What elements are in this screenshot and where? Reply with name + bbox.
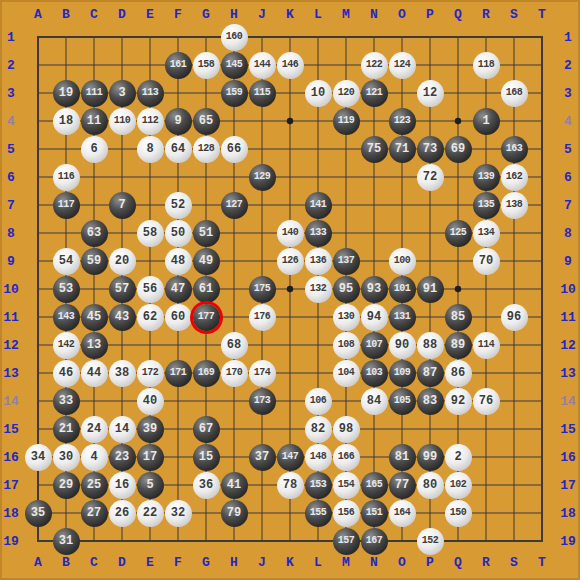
stone-black-131-O11[interactable]: 131 <box>389 304 416 331</box>
stone-white-22-E18[interactable]: 22 <box>137 500 164 527</box>
stone-black-79-H18[interactable]: 79 <box>221 500 248 527</box>
coord-label-top-P: P <box>416 6 444 22</box>
coord-label-left-5: 5 <box>0 135 22 163</box>
stone-black-117-B7[interactable]: 117 <box>53 192 80 219</box>
coord-label-right-3: 3 <box>557 79 579 107</box>
stone-black-15-G16[interactable]: 15 <box>193 444 220 471</box>
coord-label-bottom-Q: Q <box>444 554 472 570</box>
stone-white-102-Q17[interactable]: 102 <box>445 472 472 499</box>
stone-black-145-H2[interactable]: 145 <box>221 52 248 79</box>
stone-black-125-Q8[interactable]: 125 <box>445 220 472 247</box>
coord-label-bottom-G: G <box>192 554 220 570</box>
stone-white-18-B4[interactable]: 18 <box>53 108 80 135</box>
coord-label-bottom-C: C <box>80 554 108 570</box>
go-board[interactable]: 1601611581451441461221241181911131131591… <box>24 23 556 555</box>
coord-label-bottom-T: T <box>528 554 556 570</box>
stone-white-82-L15[interactable]: 82 <box>305 416 332 443</box>
stone-black-61-G10[interactable]: 61 <box>193 276 220 303</box>
stone-black-73-P5[interactable]: 73 <box>417 136 444 163</box>
stone-black-105-O14[interactable]: 105 <box>389 388 416 415</box>
stone-black-159-H3[interactable]: 159 <box>221 80 248 107</box>
coord-label-left-19: 19 <box>0 527 22 555</box>
coord-label-right-6: 6 <box>557 163 579 191</box>
stone-white-156-M18[interactable]: 156 <box>333 500 360 527</box>
stone-black-107-N12[interactable]: 107 <box>361 332 388 359</box>
stone-black-141-L7[interactable]: 141 <box>305 192 332 219</box>
stone-white-24-C15[interactable]: 24 <box>81 416 108 443</box>
stone-black-59-C9[interactable]: 59 <box>81 248 108 275</box>
stone-white-60-F11[interactable]: 60 <box>165 304 192 331</box>
stone-black-89-Q12[interactable]: 89 <box>445 332 472 359</box>
stone-black-43-D11[interactable]: 43 <box>109 304 136 331</box>
stone-white-160-H1[interactable]: 160 <box>221 24 248 51</box>
coord-label-top-G: G <box>192 6 220 22</box>
stone-white-96-S11[interactable]: 96 <box>501 304 528 331</box>
stone-black-33-B14[interactable]: 33 <box>53 388 80 415</box>
stone-black-67-G15[interactable]: 67 <box>193 416 220 443</box>
stone-black-137-M9[interactable]: 137 <box>333 248 360 275</box>
stone-black-109-O13[interactable]: 109 <box>389 360 416 387</box>
stone-white-148-L16[interactable]: 148 <box>305 444 332 471</box>
stone-white-2-Q16[interactable]: 2 <box>445 444 472 471</box>
coord-label-bottom-P: P <box>416 554 444 570</box>
coord-label-right-1: 1 <box>557 23 579 51</box>
stone-black-65-G4[interactable]: 65 <box>193 108 220 135</box>
coord-label-bottom-L: L <box>304 554 332 570</box>
stone-white-58-E8[interactable]: 58 <box>137 220 164 247</box>
column-labels-top: ABCDEFGHJKLMNOPQRST <box>24 6 556 22</box>
stone-white-98-M15[interactable]: 98 <box>333 416 360 443</box>
stone-white-150-Q18[interactable]: 150 <box>445 500 472 527</box>
stone-white-166-M16[interactable]: 166 <box>333 444 360 471</box>
stone-black-95-M10[interactable]: 95 <box>333 276 360 303</box>
coord-label-top-Q: Q <box>444 6 472 22</box>
stone-white-114-R12[interactable]: 114 <box>473 332 500 359</box>
coord-label-right-11: 11 <box>557 303 579 331</box>
stone-black-161-F2[interactable]: 161 <box>165 52 192 79</box>
stone-black-11-C4[interactable]: 11 <box>81 108 108 135</box>
stone-white-30-B16[interactable]: 30 <box>53 444 80 471</box>
stone-white-164-O18[interactable]: 164 <box>389 500 416 527</box>
coord-label-left-17: 17 <box>0 471 22 499</box>
stone-white-138-S7[interactable]: 138 <box>501 192 528 219</box>
stone-black-121-N3[interactable]: 121 <box>361 80 388 107</box>
stone-black-69-Q5[interactable]: 69 <box>445 136 472 163</box>
coord-label-top-C: C <box>80 6 108 22</box>
coord-label-right-19: 19 <box>557 527 579 555</box>
stone-black-87-P13[interactable]: 87 <box>417 360 444 387</box>
coord-label-top-F: F <box>164 6 192 22</box>
stone-black-19-B3[interactable]: 19 <box>53 80 80 107</box>
stone-black-139-R6[interactable]: 139 <box>473 164 500 191</box>
coord-label-left-2: 2 <box>0 51 22 79</box>
stone-black-13-C12[interactable]: 13 <box>81 332 108 359</box>
stone-black-63-C8[interactable]: 63 <box>81 220 108 247</box>
stone-white-72-P6[interactable]: 72 <box>417 164 444 191</box>
stone-white-86-Q13[interactable]: 86 <box>445 360 472 387</box>
coord-label-top-J: J <box>248 6 276 22</box>
stone-white-158-G2[interactable]: 158 <box>193 52 220 79</box>
stone-white-134-R8[interactable]: 134 <box>473 220 500 247</box>
stone-black-177-G11[interactable]: 177 <box>193 304 220 331</box>
coord-label-bottom-B: B <box>52 554 80 570</box>
coord-label-bottom-N: N <box>360 554 388 570</box>
stone-black-49-G9[interactable]: 49 <box>193 248 220 275</box>
stone-black-51-G8[interactable]: 51 <box>193 220 220 247</box>
stone-black-157-M19[interactable]: 157 <box>333 528 360 555</box>
stone-white-68-H12[interactable]: 68 <box>221 332 248 359</box>
coord-label-left-13: 13 <box>0 359 22 387</box>
coord-label-right-12: 12 <box>557 331 579 359</box>
stone-white-6-C5[interactable]: 6 <box>81 136 108 163</box>
stone-white-116-B6[interactable]: 116 <box>53 164 80 191</box>
coord-label-right-15: 15 <box>557 415 579 443</box>
stone-black-133-L8[interactable]: 133 <box>305 220 332 247</box>
stone-black-41-H17[interactable]: 41 <box>221 472 248 499</box>
stone-white-118-R2[interactable]: 118 <box>473 52 500 79</box>
stone-black-153-L17[interactable]: 153 <box>305 472 332 499</box>
coord-label-bottom-E: E <box>136 554 164 570</box>
stone-white-90-O12[interactable]: 90 <box>389 332 416 359</box>
stone-white-88-P12[interactable]: 88 <box>417 332 444 359</box>
coord-label-bottom-A: A <box>24 554 52 570</box>
stone-black-129-J6[interactable]: 129 <box>249 164 276 191</box>
stone-white-80-P17[interactable]: 80 <box>417 472 444 499</box>
coord-label-left-18: 18 <box>0 499 22 527</box>
coord-label-right-2: 2 <box>557 51 579 79</box>
stone-white-176-J11[interactable]: 176 <box>249 304 276 331</box>
coord-label-top-H: H <box>220 6 248 22</box>
stone-white-108-M12[interactable]: 108 <box>333 332 360 359</box>
row-labels-right: 12345678910111213141516171819 <box>557 23 579 555</box>
stone-black-5-E17[interactable]: 5 <box>137 472 164 499</box>
stone-white-66-H5[interactable]: 66 <box>221 136 248 163</box>
stone-black-17-E16[interactable]: 17 <box>137 444 164 471</box>
stone-black-173-J14[interactable]: 173 <box>249 388 276 415</box>
stone-white-154-M17[interactable]: 154 <box>333 472 360 499</box>
coord-label-right-5: 5 <box>557 135 579 163</box>
coord-label-right-14: 14 <box>557 387 579 415</box>
stone-white-124-O2[interactable]: 124 <box>389 52 416 79</box>
stone-black-25-C17[interactable]: 25 <box>81 472 108 499</box>
row-labels-left: 12345678910111213141516171819 <box>0 23 22 555</box>
coord-label-bottom-J: J <box>248 554 276 570</box>
coord-label-left-11: 11 <box>0 303 22 331</box>
stones-layer: 1601611581451441461221241181911131131591… <box>24 23 556 555</box>
coord-label-left-1: 1 <box>0 23 22 51</box>
coord-label-left-3: 3 <box>0 79 22 107</box>
stone-black-3-D3[interactable]: 3 <box>109 80 136 107</box>
coord-label-right-17: 17 <box>557 471 579 499</box>
coord-label-left-6: 6 <box>0 163 22 191</box>
stone-white-56-E10[interactable]: 56 <box>137 276 164 303</box>
stone-white-142-B12[interactable]: 142 <box>53 332 80 359</box>
coord-label-bottom-S: S <box>500 554 528 570</box>
stone-black-113-E3[interactable]: 113 <box>137 80 164 107</box>
stone-white-64-F5[interactable]: 64 <box>165 136 192 163</box>
stone-white-50-F8[interactable]: 50 <box>165 220 192 247</box>
coord-label-top-S: S <box>500 6 528 22</box>
coord-label-left-10: 10 <box>0 275 22 303</box>
stone-white-140-K8[interactable]: 140 <box>277 220 304 247</box>
coord-label-left-12: 12 <box>0 331 22 359</box>
stone-black-81-O16[interactable]: 81 <box>389 444 416 471</box>
coord-label-right-8: 8 <box>557 219 579 247</box>
coord-label-left-4: 4 <box>0 107 22 135</box>
coord-label-right-18: 18 <box>557 499 579 527</box>
stone-black-175-J10[interactable]: 175 <box>249 276 276 303</box>
stone-white-38-D13[interactable]: 38 <box>109 360 136 387</box>
stone-black-127-H7[interactable]: 127 <box>221 192 248 219</box>
stone-black-9-F4[interactable]: 9 <box>165 108 192 135</box>
stone-white-10-L3[interactable]: 10 <box>305 80 332 107</box>
stone-white-40-E14[interactable]: 40 <box>137 388 164 415</box>
stone-black-45-C11[interactable]: 45 <box>81 304 108 331</box>
stone-white-78-K17[interactable]: 78 <box>277 472 304 499</box>
stone-black-135-R7[interactable]: 135 <box>473 192 500 219</box>
stone-black-99-P16[interactable]: 99 <box>417 444 444 471</box>
coord-label-top-L: L <box>304 6 332 22</box>
coord-label-left-8: 8 <box>0 219 22 247</box>
coord-label-bottom-K: K <box>276 554 304 570</box>
stone-black-111-C3[interactable]: 111 <box>81 80 108 107</box>
stone-white-46-B13[interactable]: 46 <box>53 360 80 387</box>
stone-white-54-B9[interactable]: 54 <box>53 248 80 275</box>
stone-white-130-M11[interactable]: 130 <box>333 304 360 331</box>
stone-white-14-D15[interactable]: 14 <box>109 416 136 443</box>
coord-label-right-16: 16 <box>557 443 579 471</box>
stone-white-84-N14[interactable]: 84 <box>361 388 388 415</box>
stone-black-123-O4[interactable]: 123 <box>389 108 416 135</box>
stone-black-85-Q11[interactable]: 85 <box>445 304 472 331</box>
stone-white-32-F18[interactable]: 32 <box>165 500 192 527</box>
stone-black-35-A18[interactable]: 35 <box>25 500 52 527</box>
stone-black-23-D16[interactable]: 23 <box>109 444 136 471</box>
stone-white-132-L10[interactable]: 132 <box>305 276 332 303</box>
stone-white-4-C16[interactable]: 4 <box>81 444 108 471</box>
coord-label-left-7: 7 <box>0 191 22 219</box>
stone-black-47-F10[interactable]: 47 <box>165 276 192 303</box>
stone-white-94-N11[interactable]: 94 <box>361 304 388 331</box>
stone-black-119-M4[interactable]: 119 <box>333 108 360 135</box>
stone-black-169-G13[interactable]: 169 <box>193 360 220 387</box>
coord-label-top-E: E <box>136 6 164 22</box>
stone-black-143-B11[interactable]: 143 <box>53 304 80 331</box>
coord-label-top-M: M <box>332 6 360 22</box>
stone-black-7-D7[interactable]: 7 <box>109 192 136 219</box>
coord-label-right-9: 9 <box>557 247 579 275</box>
stone-black-93-N10[interactable]: 93 <box>361 276 388 303</box>
stone-black-171-F13[interactable]: 171 <box>165 360 192 387</box>
stone-white-70-R9[interactable]: 70 <box>473 248 500 275</box>
stone-black-165-N17[interactable]: 165 <box>361 472 388 499</box>
stone-white-62-E11[interactable]: 62 <box>137 304 164 331</box>
stone-white-152-P19[interactable]: 152 <box>417 528 444 555</box>
stone-white-110-D4[interactable]: 110 <box>109 108 136 135</box>
coord-label-top-K: K <box>276 6 304 22</box>
coord-label-right-4: 4 <box>557 107 579 135</box>
stone-white-136-L9[interactable]: 136 <box>305 248 332 275</box>
stone-black-155-L18[interactable]: 155 <box>305 500 332 527</box>
coord-label-left-15: 15 <box>0 415 22 443</box>
coord-label-bottom-R: R <box>472 554 500 570</box>
stone-white-36-G17[interactable]: 36 <box>193 472 220 499</box>
coord-label-top-A: A <box>24 6 52 22</box>
stone-black-101-O10[interactable]: 101 <box>389 276 416 303</box>
coord-label-bottom-F: F <box>164 554 192 570</box>
stone-white-162-S6[interactable]: 162 <box>501 164 528 191</box>
stone-white-16-D17[interactable]: 16 <box>109 472 136 499</box>
coord-label-bottom-M: M <box>332 554 360 570</box>
stone-black-53-B10[interactable]: 53 <box>53 276 80 303</box>
go-kifu-viewer: { "game": "Go (19x19 game record diagram… <box>0 0 580 580</box>
coord-label-right-10: 10 <box>557 275 579 303</box>
stone-white-26-D18[interactable]: 26 <box>109 500 136 527</box>
stone-white-48-F9[interactable]: 48 <box>165 248 192 275</box>
stone-black-31-B19[interactable]: 31 <box>53 528 80 555</box>
stone-black-151-N18[interactable]: 151 <box>361 500 388 527</box>
stone-black-91-P10[interactable]: 91 <box>417 276 444 303</box>
stone-black-1-R4[interactable]: 1 <box>473 108 500 135</box>
stone-white-172-E13[interactable]: 172 <box>137 360 164 387</box>
coord-label-bottom-O: O <box>388 554 416 570</box>
stone-white-76-R14[interactable]: 76 <box>473 388 500 415</box>
coord-label-top-B: B <box>52 6 80 22</box>
stone-white-44-C13[interactable]: 44 <box>81 360 108 387</box>
stone-black-39-E15[interactable]: 39 <box>137 416 164 443</box>
coord-label-left-14: 14 <box>0 387 22 415</box>
stone-white-106-L14[interactable]: 106 <box>305 388 332 415</box>
coord-label-top-N: N <box>360 6 388 22</box>
stone-black-115-J3[interactable]: 115 <box>249 80 276 107</box>
stone-white-168-S3[interactable]: 168 <box>501 80 528 107</box>
stone-black-77-O17[interactable]: 77 <box>389 472 416 499</box>
coord-label-left-16: 16 <box>0 443 22 471</box>
coord-label-top-T: T <box>528 6 556 22</box>
coord-label-bottom-D: D <box>108 554 136 570</box>
column-labels-bottom: ABCDEFGHJKLMNOPQRST <box>24 554 556 570</box>
stone-black-163-S5[interactable]: 163 <box>501 136 528 163</box>
stone-black-21-B15[interactable]: 21 <box>53 416 80 443</box>
coord-label-right-7: 7 <box>557 191 579 219</box>
stone-black-167-N19[interactable]: 167 <box>361 528 388 555</box>
stone-black-83-P14[interactable]: 83 <box>417 388 444 415</box>
coord-label-top-O: O <box>388 6 416 22</box>
stone-black-103-N13[interactable]: 103 <box>361 360 388 387</box>
stone-black-27-C18[interactable]: 27 <box>81 500 108 527</box>
stone-black-71-O5[interactable]: 71 <box>389 136 416 163</box>
stone-white-170-H13[interactable]: 170 <box>221 360 248 387</box>
stone-white-8-E5[interactable]: 8 <box>137 136 164 163</box>
stone-white-174-J13[interactable]: 174 <box>249 360 276 387</box>
coord-label-right-13: 13 <box>557 359 579 387</box>
stone-white-146-K2[interactable]: 146 <box>277 52 304 79</box>
coord-label-left-9: 9 <box>0 247 22 275</box>
stone-black-37-J16[interactable]: 37 <box>249 444 276 471</box>
stone-white-12-P3[interactable]: 12 <box>417 80 444 107</box>
stone-white-126-K9[interactable]: 126 <box>277 248 304 275</box>
coord-label-bottom-H: H <box>220 554 248 570</box>
stone-white-122-N2[interactable]: 122 <box>361 52 388 79</box>
stone-white-128-G5[interactable]: 128 <box>193 136 220 163</box>
stone-white-100-O9[interactable]: 100 <box>389 248 416 275</box>
stone-white-20-D9[interactable]: 20 <box>109 248 136 275</box>
coord-label-top-D: D <box>108 6 136 22</box>
stone-black-75-N5[interactable]: 75 <box>361 136 388 163</box>
stone-white-144-J2[interactable]: 144 <box>249 52 276 79</box>
stone-white-34-A16[interactable]: 34 <box>25 444 52 471</box>
stone-white-120-M3[interactable]: 120 <box>333 80 360 107</box>
stone-black-29-B17[interactable]: 29 <box>53 472 80 499</box>
stone-black-57-D10[interactable]: 57 <box>109 276 136 303</box>
stone-white-112-E4[interactable]: 112 <box>137 108 164 135</box>
coord-label-top-R: R <box>472 6 500 22</box>
stone-white-52-F7[interactable]: 52 <box>165 192 192 219</box>
stone-white-104-M13[interactable]: 104 <box>333 360 360 387</box>
stone-white-92-Q14[interactable]: 92 <box>445 388 472 415</box>
stone-black-147-K16[interactable]: 147 <box>277 444 304 471</box>
